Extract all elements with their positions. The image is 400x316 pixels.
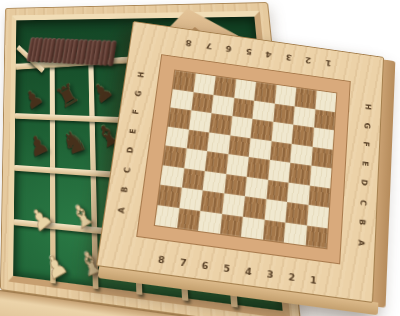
coord-label-left-F: F: [131, 109, 141, 115]
checkers-stack: [28, 37, 123, 67]
square-B1: [307, 205, 329, 228]
coord-label-right-F: F: [362, 141, 371, 147]
square-B8: [158, 185, 182, 208]
chess-board-lid: 88HH77GG66FF55EE44DD33CC22BB11AA: [96, 21, 384, 303]
square-B3: [264, 199, 287, 222]
coord-label-top-5: 5: [245, 47, 252, 57]
coord-label-left-G: G: [134, 90, 144, 97]
product-photo-chess-set: ♟♜♟♟♞♝♟♝♟♝ 88HH77GG66FF55EE44DD33CC22BB1…: [0, 0, 400, 316]
square-A7: [177, 208, 201, 231]
compartment-dividers: [6, 3, 267, 9]
coord-label-top-6: 6: [225, 44, 232, 54]
piece-compartments: ♟♜♟♟♞♝♟♝♟♝: [6, 3, 267, 9]
coord-label-right-H: H: [363, 103, 372, 110]
coord-label-bottom-7: 7: [179, 257, 187, 268]
coord-label-bottom-5: 5: [223, 263, 231, 274]
square-A8: [155, 205, 179, 228]
square-A4: [241, 216, 264, 239]
coord-label-top-3: 3: [285, 53, 292, 63]
coord-label-left-H: H: [136, 71, 146, 78]
chess-field: [155, 70, 336, 248]
coord-label-right-D: D: [359, 179, 368, 187]
coord-label-top-4: 4: [265, 50, 272, 60]
square-A2: [284, 222, 307, 245]
coord-label-left-A: A: [116, 206, 126, 213]
coord-label-bottom-6: 6: [201, 260, 209, 271]
coord-label-bottom-8: 8: [157, 254, 165, 265]
square-A1: [305, 225, 328, 248]
square-A3: [262, 219, 285, 242]
coord-label-left-B: B: [119, 186, 129, 193]
coord-label-left-C: C: [122, 167, 132, 174]
coord-label-top-1: 1: [325, 58, 332, 68]
coord-label-right-C: C: [358, 199, 367, 206]
coord-label-top-2: 2: [305, 55, 312, 65]
square-A6: [198, 210, 222, 233]
square-B2: [285, 202, 308, 225]
board-frame: 88HH77GG66FF55EE44DD33CC22BB11AA: [96, 21, 384, 303]
coord-label-left-E: E: [128, 128, 138, 134]
coord-label-right-G: G: [362, 122, 371, 129]
coord-label-top-7: 7: [205, 41, 212, 51]
square-B6: [200, 190, 223, 213]
coord-label-right-A: A: [356, 239, 366, 246]
coord-label-bottom-2: 2: [288, 272, 295, 283]
coord-label-right-E: E: [361, 160, 370, 166]
coord-label-bottom-3: 3: [267, 269, 274, 280]
coord-label-top-8: 8: [185, 38, 192, 48]
square-B7: [179, 187, 203, 210]
coord-label-left-D: D: [125, 147, 135, 155]
coord-label-bottom-4: 4: [245, 266, 253, 277]
coord-label-right-B: B: [357, 219, 367, 226]
coord-label-bottom-1: 1: [310, 275, 317, 286]
square-B5: [222, 193, 245, 216]
square-A5: [220, 213, 243, 236]
square-B4: [243, 196, 266, 219]
